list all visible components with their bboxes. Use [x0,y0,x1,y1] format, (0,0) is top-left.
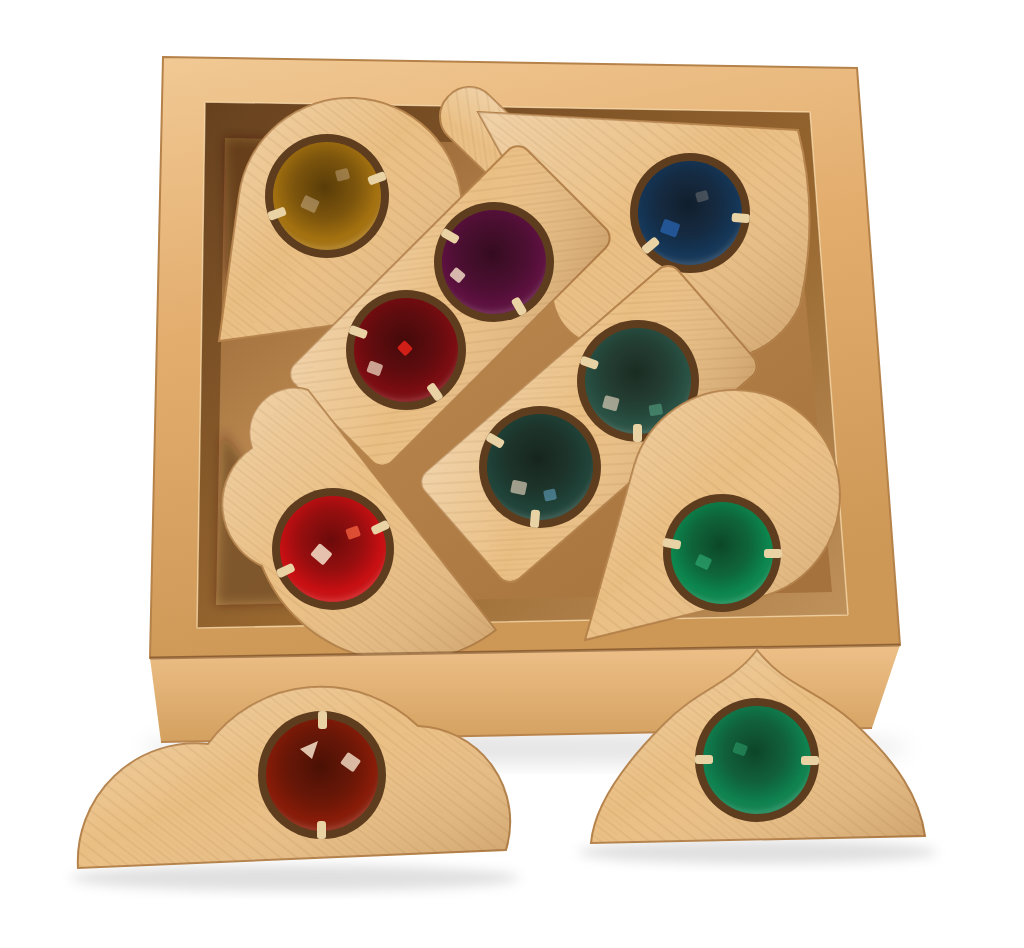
green-gem-shade [703,706,811,814]
gem-peg [317,821,326,839]
gem-peg [695,755,713,764]
onion-loose-shadow [578,840,938,864]
gem-peg [801,756,819,765]
gem-peg [764,549,782,558]
purple-gem-shade [442,210,546,314]
gem-peg [731,213,750,224]
photo-stage [0,0,1024,948]
emerald-gem-shade [671,502,773,604]
teal2-gem-shade [487,414,593,520]
red-gem-shade [280,496,386,602]
gem-blocks-photo [0,0,1024,948]
gem-peg [633,424,642,442]
gem-peg [318,711,327,729]
amber-gem-shade [273,142,381,250]
gem-peg [530,509,541,528]
blue-gem-shade [638,161,742,265]
brick-gem-shade [266,719,378,831]
cloud-loose-shadow [70,865,520,891]
